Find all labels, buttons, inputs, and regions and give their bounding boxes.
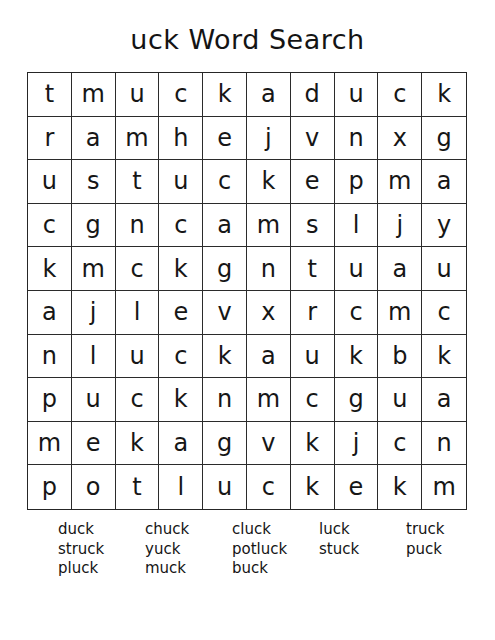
puzzle-title: uck Word Search bbox=[0, 24, 495, 55]
grid-cell[interactable]: k bbox=[159, 247, 203, 291]
grid-cell[interactable]: a bbox=[378, 247, 422, 291]
grid-cell[interactable]: b bbox=[378, 335, 422, 379]
grid-cell[interactable]: c bbox=[159, 335, 203, 379]
grid-cell[interactable]: p bbox=[28, 465, 72, 509]
letter-grid: tmuckaduckramhejvnxgustuckepmacgncamsljy… bbox=[27, 72, 467, 510]
grid-cell[interactable]: a bbox=[28, 291, 72, 335]
grid-cell[interactable]: c bbox=[28, 204, 72, 248]
grid-cell[interactable]: c bbox=[378, 422, 422, 466]
word-list-item: muck bbox=[145, 559, 232, 579]
grid-cell[interactable]: s bbox=[72, 160, 116, 204]
grid-cell[interactable]: a bbox=[203, 204, 247, 248]
grid-cell[interactable]: e bbox=[72, 422, 116, 466]
grid-cell[interactable]: n bbox=[247, 247, 291, 291]
word-list-item: duck bbox=[58, 520, 145, 540]
grid-cell[interactable]: v bbox=[291, 117, 335, 161]
grid-cell[interactable]: l bbox=[335, 204, 379, 248]
grid-cell[interactable]: g bbox=[72, 204, 116, 248]
grid-cell[interactable]: a bbox=[422, 160, 466, 204]
grid-cell[interactable]: l bbox=[116, 291, 160, 335]
grid-cell[interactable]: m bbox=[378, 291, 422, 335]
word-list-column: luckstuck bbox=[319, 520, 406, 579]
grid-cell[interactable]: s bbox=[291, 204, 335, 248]
word-list-item: pluck bbox=[58, 559, 145, 579]
grid-cell[interactable]: t bbox=[291, 247, 335, 291]
word-list-item: puck bbox=[406, 540, 493, 560]
grid-cell[interactable]: a bbox=[247, 73, 291, 117]
grid-cell[interactable]: n bbox=[422, 422, 466, 466]
grid-cell[interactable]: m bbox=[116, 117, 160, 161]
grid-cell[interactable]: r bbox=[291, 291, 335, 335]
grid-cell[interactable]: x bbox=[247, 291, 291, 335]
grid-cell[interactable]: c bbox=[203, 160, 247, 204]
grid-cell[interactable]: a bbox=[72, 117, 116, 161]
grid-cell[interactable]: c bbox=[159, 73, 203, 117]
grid-cell[interactable]: c bbox=[116, 247, 160, 291]
grid-cell[interactable]: g bbox=[203, 247, 247, 291]
grid-cell[interactable]: k bbox=[116, 422, 160, 466]
grid-cell[interactable]: p bbox=[28, 378, 72, 422]
word-search-page: { "game": "word-search", "title": "uck W… bbox=[0, 0, 495, 640]
grid-cell[interactable]: n bbox=[335, 117, 379, 161]
grid-cell[interactable]: u bbox=[335, 73, 379, 117]
grid-cell[interactable]: g bbox=[203, 422, 247, 466]
grid-cell[interactable]: k bbox=[378, 465, 422, 509]
grid-cell[interactable]: u bbox=[116, 335, 160, 379]
grid-cell[interactable]: u bbox=[159, 160, 203, 204]
word-list-item: struck bbox=[58, 540, 145, 560]
grid-cell[interactable]: m bbox=[247, 378, 291, 422]
grid-cell[interactable]: p bbox=[335, 160, 379, 204]
grid-cell[interactable]: u bbox=[28, 160, 72, 204]
grid-cell[interactable]: u bbox=[72, 378, 116, 422]
grid-cell[interactable]: c bbox=[422, 291, 466, 335]
grid-cell[interactable]: l bbox=[159, 465, 203, 509]
grid-cell[interactable]: n bbox=[28, 335, 72, 379]
grid-cell[interactable]: c bbox=[335, 291, 379, 335]
word-list-item: potluck bbox=[232, 540, 319, 560]
grid-cell[interactable]: k bbox=[291, 465, 335, 509]
grid-cell[interactable]: t bbox=[116, 465, 160, 509]
grid-cell[interactable]: j bbox=[335, 422, 379, 466]
grid-cell[interactable]: e bbox=[203, 117, 247, 161]
grid-cell[interactable]: g bbox=[335, 378, 379, 422]
grid-cell[interactable]: k bbox=[159, 378, 203, 422]
grid-cell[interactable]: j bbox=[378, 204, 422, 248]
grid-cell[interactable]: u bbox=[335, 247, 379, 291]
grid-cell[interactable]: r bbox=[28, 117, 72, 161]
grid-cell[interactable]: j bbox=[72, 291, 116, 335]
word-list-item: buck bbox=[232, 559, 319, 579]
grid-cell[interactable]: k bbox=[203, 335, 247, 379]
word-list-item: stuck bbox=[319, 540, 406, 560]
word-list: duckstruckpluckchuckyuckmuckcluckpotluck… bbox=[58, 520, 458, 579]
grid-cell[interactable]: n bbox=[116, 204, 160, 248]
grid-cell[interactable]: c bbox=[291, 378, 335, 422]
word-list-item: truck bbox=[406, 520, 493, 540]
word-list-item: chuck bbox=[145, 520, 232, 540]
grid-cell[interactable]: v bbox=[247, 422, 291, 466]
word-list-item: luck bbox=[319, 520, 406, 540]
grid-cell[interactable]: o bbox=[72, 465, 116, 509]
grid-cell[interactable]: a bbox=[159, 422, 203, 466]
grid-cell[interactable]: e bbox=[159, 291, 203, 335]
grid-cell[interactable]: c bbox=[378, 73, 422, 117]
grid-cell[interactable]: d bbox=[291, 73, 335, 117]
grid-cell[interactable]: a bbox=[422, 378, 466, 422]
grid-cell[interactable]: u bbox=[378, 378, 422, 422]
grid-cell[interactable]: k bbox=[335, 335, 379, 379]
grid-cell[interactable]: k bbox=[422, 73, 466, 117]
grid-cell[interactable]: t bbox=[116, 160, 160, 204]
grid-cell[interactable]: u bbox=[116, 73, 160, 117]
grid-cell[interactable]: c bbox=[116, 378, 160, 422]
grid-cell[interactable]: h bbox=[159, 117, 203, 161]
grid-cell[interactable]: c bbox=[247, 465, 291, 509]
grid-cell[interactable]: k bbox=[247, 160, 291, 204]
grid-cell[interactable]: k bbox=[28, 247, 72, 291]
grid-cell[interactable]: k bbox=[203, 73, 247, 117]
word-list-column: truckpuck bbox=[406, 520, 493, 579]
grid-cell[interactable]: u bbox=[291, 335, 335, 379]
grid-cell[interactable]: l bbox=[72, 335, 116, 379]
grid-cell[interactable]: m bbox=[72, 247, 116, 291]
word-list-item: cluck bbox=[232, 520, 319, 540]
grid-cell[interactable]: e bbox=[335, 465, 379, 509]
word-list-item: yuck bbox=[145, 540, 232, 560]
grid-cell[interactable]: m bbox=[247, 204, 291, 248]
grid-cell[interactable]: j bbox=[247, 117, 291, 161]
word-list-column: chuckyuckmuck bbox=[145, 520, 232, 579]
grid-cell[interactable]: g bbox=[422, 117, 466, 161]
grid-cell[interactable]: x bbox=[378, 117, 422, 161]
grid-cell[interactable]: a bbox=[247, 335, 291, 379]
grid-cell[interactable]: c bbox=[159, 204, 203, 248]
grid-cell[interactable]: t bbox=[28, 73, 72, 117]
grid-cell[interactable]: e bbox=[291, 160, 335, 204]
grid-cell[interactable]: m bbox=[72, 73, 116, 117]
grid-cell[interactable]: m bbox=[422, 465, 466, 509]
grid-cell[interactable]: m bbox=[378, 160, 422, 204]
grid-cell[interactable]: v bbox=[203, 291, 247, 335]
grid-cell[interactable]: m bbox=[28, 422, 72, 466]
grid-cell[interactable]: u bbox=[422, 247, 466, 291]
grid-cell[interactable]: k bbox=[291, 422, 335, 466]
grid-cell[interactable]: n bbox=[203, 378, 247, 422]
grid-cell[interactable]: u bbox=[203, 465, 247, 509]
word-list-column: cluckpotluckbuck bbox=[232, 520, 319, 579]
grid-cell[interactable]: k bbox=[422, 335, 466, 379]
word-list-column: duckstruckpluck bbox=[58, 520, 145, 579]
grid-cell[interactable]: y bbox=[422, 204, 466, 248]
